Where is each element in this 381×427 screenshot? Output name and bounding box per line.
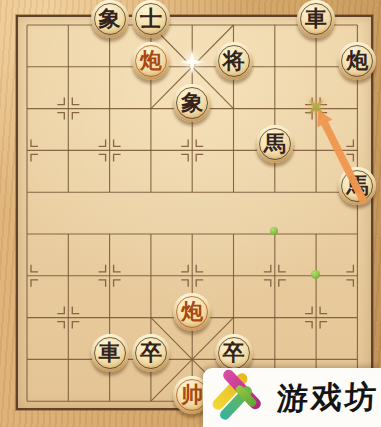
piece-glyph: 車 — [305, 7, 327, 29]
xiangqi-screenshot: 象士車炮将炮象馬馬炮車卒卒帅 游戏坊 — [0, 0, 381, 427]
piece-black-horse[interactable]: 馬 — [256, 125, 294, 163]
watermark-panel: 游戏坊 — [203, 368, 381, 427]
piece-glyph: 卒 — [140, 341, 162, 363]
board-grid-lines — [0, 0, 381, 427]
piece-glyph: 将 — [223, 49, 245, 71]
piece-black-general[interactable]: 将 — [215, 42, 253, 80]
piece-black-elephant[interactable]: 象 — [173, 84, 211, 122]
piece-glyph: 馬 — [346, 174, 368, 196]
piece-glyph: 帅 — [181, 383, 203, 405]
piece-glyph: 卒 — [223, 341, 245, 363]
piece-glyph: 象 — [99, 7, 121, 29]
piece-black-soldier[interactable]: 卒 — [215, 334, 253, 372]
piece-glyph: 車 — [99, 341, 121, 363]
piece-black-advisor[interactable]: 士 — [132, 0, 170, 38]
piece-black-chariot[interactable]: 車 — [91, 334, 129, 372]
watermark-text: 游戏坊 — [276, 376, 380, 420]
piece-glyph: 馬 — [264, 132, 286, 154]
piece-glyph: 炮 — [181, 300, 203, 322]
piece-black-elephant[interactable]: 象 — [91, 0, 129, 38]
piece-red-cannon[interactable]: 炮 — [173, 293, 211, 331]
piece-glyph: 象 — [181, 91, 203, 113]
piece-black-chariot[interactable]: 車 — [297, 0, 335, 38]
piece-glyph: 士 — [140, 7, 162, 29]
piece-red-cannon[interactable]: 炮 — [132, 42, 170, 80]
piece-black-cannon[interactable]: 炮 — [338, 42, 376, 80]
piece-glyph: 炮 — [346, 49, 368, 71]
piece-glyph: 炮 — [140, 49, 162, 71]
